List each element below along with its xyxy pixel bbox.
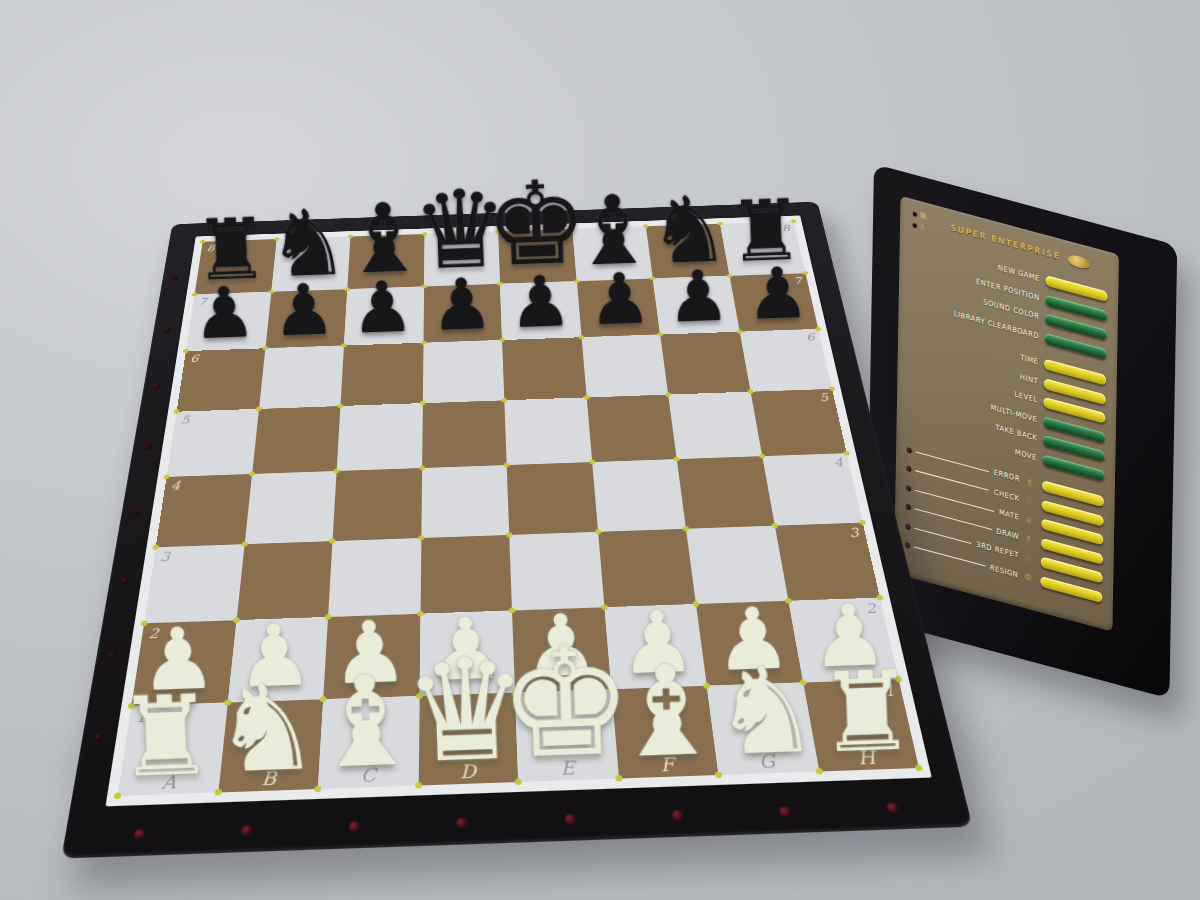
console-panel: ▦♙ SUPER ENTERPRISE NEW GAMEENTER POSITI…: [894, 196, 1119, 632]
bishop-icon: ♗: [1022, 533, 1036, 546]
move-label: MOVE: [1015, 448, 1037, 462]
board-frame: 8♜♞♝♛♚♝♞8♜7♟♟♟♟♟♟♟7♟665544332♟♟♟♟♟♟♟2♟1A…: [61, 202, 972, 859]
row-lead: [909, 302, 953, 314]
knight-icon: ♘: [1021, 552, 1035, 565]
square-a6[interactable]: 6: [177, 348, 265, 411]
square-led: [241, 825, 253, 836]
square-led: [672, 810, 684, 821]
square-h4[interactable]: 4: [762, 453, 863, 526]
square-led: [349, 821, 360, 832]
status-led: [905, 523, 910, 529]
square-g6[interactable]: [660, 332, 750, 395]
rank-label: 6: [805, 331, 816, 342]
square-h7[interactable]: 7♟: [729, 273, 818, 332]
rank-label: 5: [818, 391, 829, 403]
rank-label: 3: [159, 549, 170, 563]
square-f4[interactable]: [592, 459, 686, 532]
piece-black-pawn[interactable]: ♟: [718, 257, 836, 331]
bishop-icon: ♗: [1023, 476, 1037, 489]
side-led: [153, 384, 162, 390]
rank-label: 3: [848, 525, 860, 539]
square-h6[interactable]: 6: [739, 329, 832, 392]
draw-label: DRAW: [996, 527, 1019, 541]
console-rows: NEW GAMEENTER POSITIONSOUND COLORLIBRARY…: [905, 235, 1108, 607]
side-led: [142, 444, 151, 451]
status-led: [906, 504, 911, 510]
square-f5[interactable]: [586, 395, 676, 463]
square-g4[interactable]: [677, 456, 775, 529]
error-label: ERROR: [994, 469, 1020, 484]
board-scene: 8♜♞♝♛♚♝♞8♜7♟♟♟♟♟♟♟7♟665544332♟♟♟♟♟♟♟2♟1A…: [126, 96, 882, 852]
square-e6[interactable]: [502, 337, 586, 400]
board-icon: ▦: [913, 210, 926, 221]
king-icon: ♔: [1021, 571, 1035, 584]
square-led: [457, 818, 468, 829]
resign-label: RESIGN: [990, 563, 1019, 579]
square-e4[interactable]: [507, 462, 598, 535]
square-b5[interactable]: [252, 406, 341, 474]
board-led-strip-bottom: [133, 803, 899, 840]
pawn-icon: ♙: [919, 223, 925, 232]
side-led: [120, 577, 130, 585]
square-led: [779, 806, 791, 817]
status-led: [905, 542, 910, 548]
check-label: CHECK: [994, 488, 1020, 503]
mate-label: MATE: [999, 508, 1019, 522]
square-c6[interactable]: [340, 343, 423, 406]
rank-label: 4: [832, 456, 844, 469]
square-g5[interactable]: [668, 392, 762, 459]
square-d4[interactable]: [421, 465, 509, 538]
square-h1[interactable]: 1H♜: [803, 679, 919, 771]
pawn-icon: ♙: [913, 221, 926, 232]
board-3d: 8♜♞♝♛♚♝♞8♜7♟♟♟♟♟♟♟7♟665544332♟♟♟♟♟♟♟2♟1A…: [61, 202, 972, 859]
brand-logo: [1067, 253, 1090, 271]
square-b6[interactable]: [259, 346, 344, 409]
indicator-led: [913, 223, 917, 228]
square-led: [886, 803, 899, 814]
square-h5[interactable]: 5: [750, 389, 847, 456]
square-d6[interactable]: [422, 340, 504, 403]
square-d5[interactable]: [422, 400, 507, 468]
square-c4[interactable]: [333, 468, 422, 541]
indicator-led: [913, 211, 917, 216]
queen-icon: ♕: [1022, 514, 1036, 527]
status-led: [906, 485, 911, 491]
board-grid: 8♜♞♝♛♚♝♞8♜7♟♟♟♟♟♟♟7♟665544332♟♟♟♟♟♟♟2♟1A…: [118, 221, 919, 796]
square-e5[interactable]: [504, 397, 591, 465]
hint-label: HINT: [1020, 373, 1038, 386]
status-led: [907, 447, 912, 453]
rank-label: 5: [180, 413, 190, 425]
time-label: TIME: [1020, 354, 1038, 367]
square-c5[interactable]: [337, 403, 423, 471]
square-led: [564, 814, 575, 825]
square-a5[interactable]: 5: [167, 409, 259, 477]
board-surface: 8♜♞♝♛♚♝♞8♜7♟♟♟♟♟♟♟7♟665544332♟♟♟♟♟♟♟2♟1A…: [105, 215, 931, 806]
board-icon: ▦: [920, 211, 927, 220]
rank-label: 4: [170, 479, 181, 492]
square-a4[interactable]: 4: [156, 474, 252, 547]
piece-white-rook[interactable]: ♜: [791, 655, 942, 770]
square-f6[interactable]: [581, 334, 668, 397]
chess-computer-photo: ▦♙ SUPER ENTERPRISE NEW GAMEENTER POSITI…: [0, 0, 1200, 900]
rank-label: 6: [189, 353, 199, 365]
side-led: [131, 508, 140, 515]
knight-icon: ♘: [1022, 495, 1036, 508]
console-indicators: ▦♙: [913, 209, 927, 232]
square-b4[interactable]: [244, 471, 336, 544]
level-label: LEVEL: [1015, 390, 1038, 404]
square-led: [133, 829, 145, 840]
status-led: [906, 466, 911, 472]
